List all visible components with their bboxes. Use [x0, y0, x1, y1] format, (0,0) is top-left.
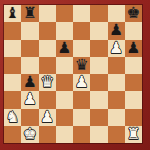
- square-e6[interactable]: [73, 40, 90, 57]
- square-g5[interactable]: [108, 57, 125, 74]
- square-d8[interactable]: [56, 5, 73, 22]
- square-d4[interactable]: [56, 74, 73, 91]
- piece-white-king: ♚: [23, 126, 37, 143]
- square-f2[interactable]: [90, 109, 107, 126]
- square-a6[interactable]: [4, 40, 21, 57]
- chess-board: ♝♜♚♟♟♟♟♛♟♛♟♟♞♟♚♜: [4, 5, 142, 143]
- square-e4[interactable]: ♟: [73, 74, 90, 91]
- square-a4[interactable]: [4, 74, 21, 91]
- square-h5[interactable]: [125, 57, 142, 74]
- piece-black-pawn: ♟: [23, 74, 37, 91]
- square-h8[interactable]: ♚: [125, 5, 142, 22]
- square-f8[interactable]: [90, 5, 107, 22]
- piece-white-rook: ♜: [126, 126, 140, 143]
- piece-white-pawn: ♟: [23, 91, 37, 108]
- piece-black-bishop: ♝: [6, 5, 20, 22]
- square-e3[interactable]: [73, 91, 90, 108]
- square-f7[interactable]: [90, 22, 107, 39]
- square-e2[interactable]: [73, 109, 90, 126]
- square-c1[interactable]: [39, 126, 56, 143]
- square-h1[interactable]: ♜: [125, 126, 142, 143]
- board-frame: ♝♜♚♟♟♟♟♛♟♛♟♟♞♟♚♜: [0, 0, 150, 150]
- piece-black-pawn: ♟: [109, 22, 123, 39]
- piece-white-pawn: ♟: [40, 109, 54, 126]
- piece-black-rook: ♜: [23, 5, 37, 22]
- square-h3[interactable]: [125, 91, 142, 108]
- square-e1[interactable]: [73, 126, 90, 143]
- square-g8[interactable]: [108, 5, 125, 22]
- square-b4[interactable]: ♟: [21, 74, 38, 91]
- square-d6[interactable]: ♟: [56, 40, 73, 57]
- square-d5[interactable]: [56, 57, 73, 74]
- square-c2[interactable]: ♟: [39, 109, 56, 126]
- square-g1[interactable]: [108, 126, 125, 143]
- piece-black-pawn: ♟: [57, 40, 71, 57]
- piece-white-knight: ♞: [6, 109, 20, 126]
- square-g3[interactable]: [108, 91, 125, 108]
- square-h7[interactable]: [125, 22, 142, 39]
- square-e8[interactable]: [73, 5, 90, 22]
- square-f3[interactable]: [90, 91, 107, 108]
- square-b5[interactable]: [21, 57, 38, 74]
- square-c7[interactable]: [39, 22, 56, 39]
- square-c5[interactable]: [39, 57, 56, 74]
- piece-white-pawn: ♟: [75, 74, 89, 91]
- square-a5[interactable]: [4, 57, 21, 74]
- square-a1[interactable]: [4, 126, 21, 143]
- piece-white-pawn: ♟: [109, 40, 123, 57]
- square-b8[interactable]: ♜: [21, 5, 38, 22]
- square-e5[interactable]: ♛: [73, 57, 90, 74]
- square-d7[interactable]: [56, 22, 73, 39]
- square-f6[interactable]: [90, 40, 107, 57]
- piece-black-queen: ♛: [75, 57, 89, 74]
- square-c3[interactable]: [39, 91, 56, 108]
- square-f1[interactable]: [90, 126, 107, 143]
- square-d3[interactable]: [56, 91, 73, 108]
- square-a7[interactable]: [4, 22, 21, 39]
- piece-black-king: ♚: [126, 5, 140, 22]
- square-g6[interactable]: ♟: [108, 40, 125, 57]
- square-h2[interactable]: [125, 109, 142, 126]
- square-g7[interactable]: ♟: [108, 22, 125, 39]
- square-b1[interactable]: ♚: [21, 126, 38, 143]
- square-f5[interactable]: [90, 57, 107, 74]
- piece-black-pawn: ♟: [126, 40, 140, 57]
- square-d2[interactable]: [56, 109, 73, 126]
- square-b7[interactable]: [21, 22, 38, 39]
- square-g2[interactable]: [108, 109, 125, 126]
- square-b2[interactable]: [21, 109, 38, 126]
- square-h4[interactable]: [125, 74, 142, 91]
- square-c6[interactable]: [39, 40, 56, 57]
- square-f4[interactable]: [90, 74, 107, 91]
- square-h6[interactable]: ♟: [125, 40, 142, 57]
- square-a3[interactable]: [4, 91, 21, 108]
- square-a8[interactable]: ♝: [4, 5, 21, 22]
- square-c8[interactable]: [39, 5, 56, 22]
- square-g4[interactable]: [108, 74, 125, 91]
- piece-white-queen: ♛: [40, 74, 54, 91]
- square-e7[interactable]: [73, 22, 90, 39]
- square-b3[interactable]: ♟: [21, 91, 38, 108]
- square-b6[interactable]: [21, 40, 38, 57]
- square-c4[interactable]: ♛: [39, 74, 56, 91]
- square-a2[interactable]: ♞: [4, 109, 21, 126]
- square-d1[interactable]: [56, 126, 73, 143]
